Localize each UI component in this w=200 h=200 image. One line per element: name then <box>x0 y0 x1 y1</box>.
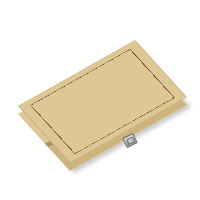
pieces-layer <box>0 0 200 200</box>
chess-set-product-photo <box>0 0 200 200</box>
latch-hook <box>126 136 135 144</box>
